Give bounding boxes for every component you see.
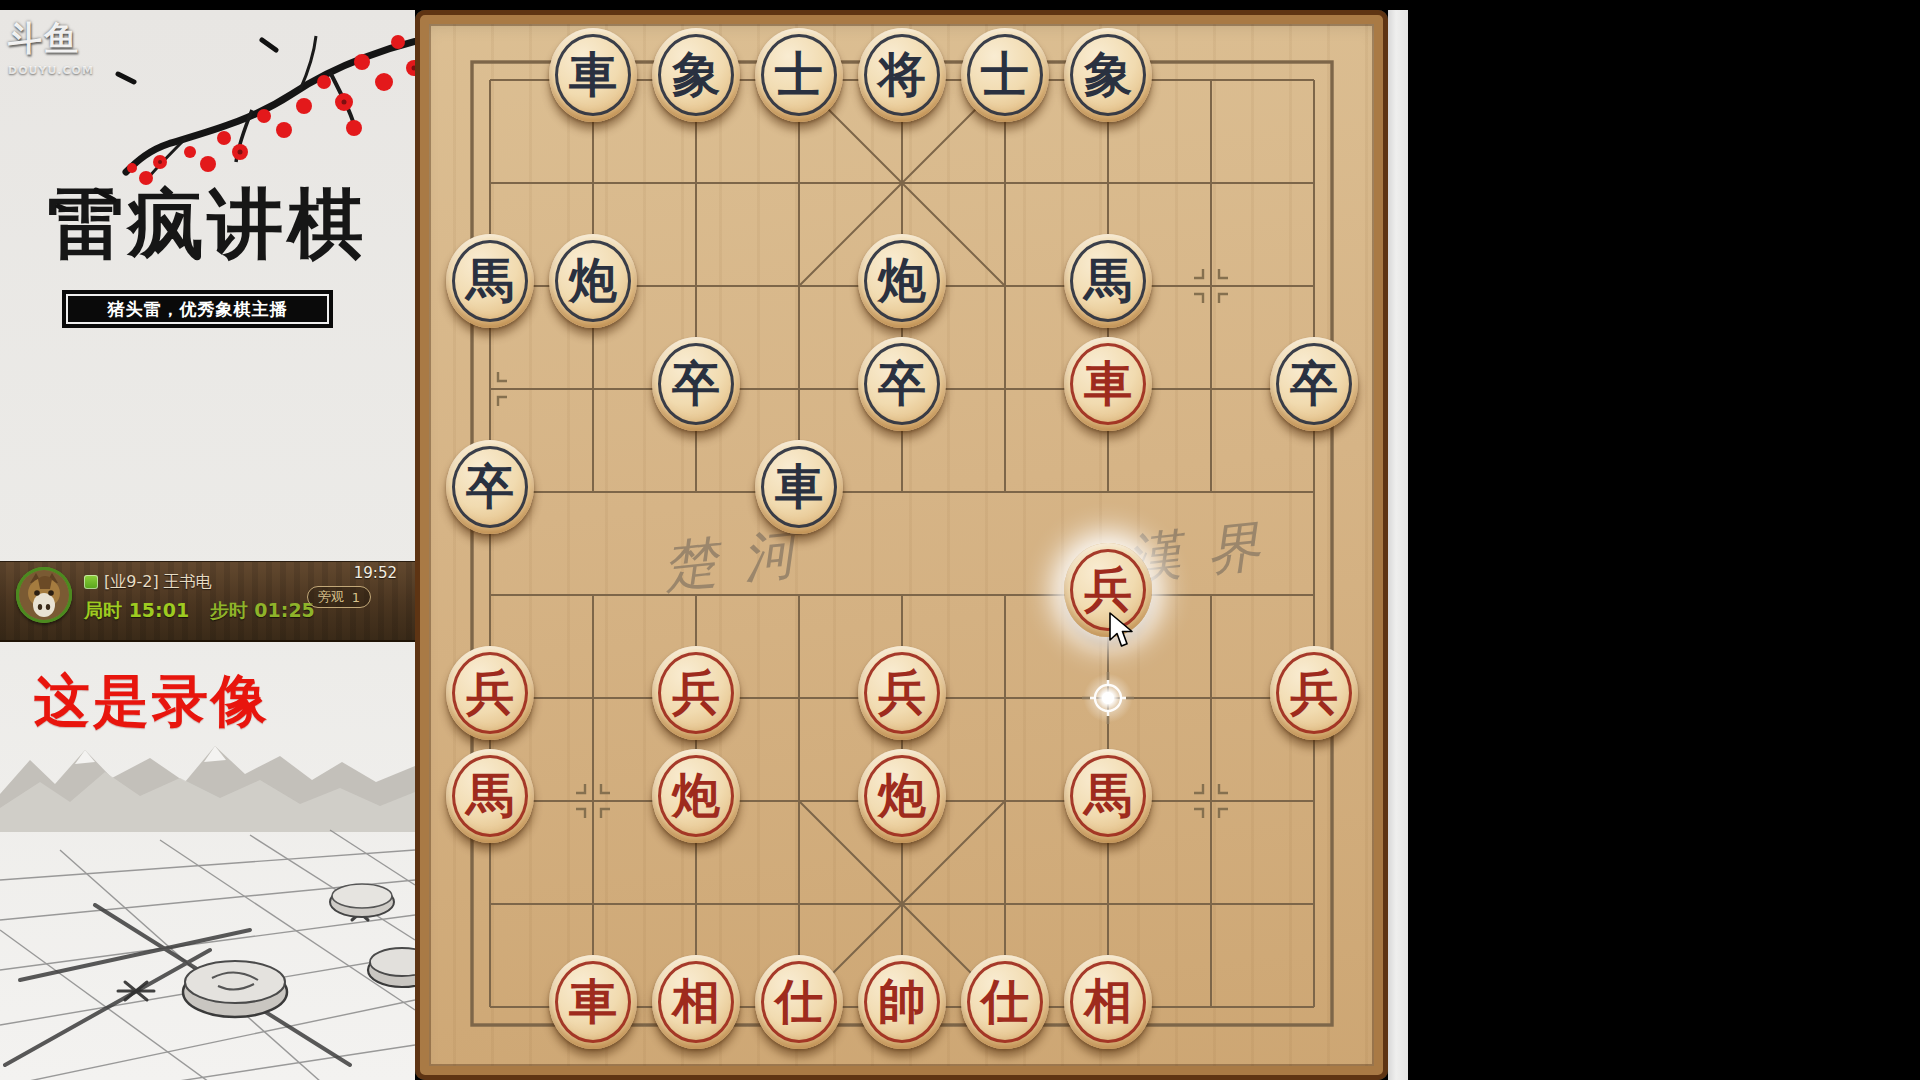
piece-character: 車 <box>1084 359 1132 407</box>
player-info-bar: [业9-2] 王书电 局时 15:01 步时 01:25 19:52 旁观 1 <box>0 561 415 642</box>
red-pawn[interactable]: 兵 <box>1270 646 1358 740</box>
red-horse[interactable]: 馬 <box>446 749 534 843</box>
red-pawn[interactable]: 兵 <box>446 646 534 740</box>
piece-character: 馬 <box>1084 256 1132 304</box>
black-elephant[interactable]: 象 <box>652 28 740 122</box>
piece-character: 兵 <box>1290 668 1338 716</box>
xiangqi-board[interactable]: 楚河 漢界 車象士将士象馬炮炮馬卒卒車卒卒車兵兵兵兵兵馬炮炮馬車相仕帥仕相 <box>415 10 1388 1080</box>
piece-character: 相 <box>1084 977 1132 1025</box>
piece-character: 将 <box>878 50 926 98</box>
piece-character: 炮 <box>878 256 926 304</box>
black-advisor[interactable]: 士 <box>961 28 1049 122</box>
piece-character: 士 <box>775 50 823 98</box>
red-pawn[interactable]: 兵 <box>1064 543 1152 637</box>
piece-character: 兵 <box>1084 565 1132 613</box>
piece-character: 兵 <box>672 668 720 716</box>
stream-screen: 斗鱼 DOUYU.COM 雷疯讲棋 <box>0 0 1920 1080</box>
player-name-text: 王书电 <box>164 572 212 591</box>
black-horse[interactable]: 馬 <box>446 234 534 328</box>
piece-character: 帥 <box>878 977 926 1025</box>
piece-character: 馬 <box>1084 771 1132 819</box>
red-advisor[interactable]: 仕 <box>961 955 1049 1049</box>
red-cannon[interactable]: 炮 <box>652 749 740 843</box>
piece-character: 炮 <box>672 771 720 819</box>
piece-character: 馬 <box>466 256 514 304</box>
piece-character: 炮 <box>878 771 926 819</box>
black-horse[interactable]: 馬 <box>1064 234 1152 328</box>
piece-character: 兵 <box>878 668 926 716</box>
piece-character: 卒 <box>878 359 926 407</box>
red-elephant[interactable]: 相 <box>1064 955 1152 1049</box>
red-rook[interactable]: 車 <box>1064 337 1152 431</box>
douyu-logo-text: 斗鱼 <box>8 16 94 62</box>
piece-character: 相 <box>672 977 720 1025</box>
black-rook[interactable]: 車 <box>755 440 843 534</box>
red-rook[interactable]: 車 <box>549 955 637 1049</box>
piece-character: 馬 <box>466 771 514 819</box>
piece-character: 卒 <box>466 462 514 510</box>
piece-character: 仕 <box>981 977 1029 1025</box>
player-name: [业9-2] 王书电 <box>104 572 212 593</box>
black-pawn[interactable]: 卒 <box>1270 337 1358 431</box>
clock-line: 局时 15:01 步时 01:25 <box>84 598 315 624</box>
avatar-horse-icon <box>16 567 72 623</box>
douyu-logo: 斗鱼 DOUYU.COM <box>8 16 94 77</box>
red-king[interactable]: 帥 <box>858 955 946 1049</box>
piece-character: 卒 <box>672 359 720 407</box>
stream-sidebar: 斗鱼 DOUYU.COM 雷疯讲棋 <box>0 10 415 1080</box>
spectators-label: 旁观 <box>318 588 344 606</box>
game-clock-move: 步时 01:25 <box>210 599 315 621</box>
piece-character: 兵 <box>466 668 514 716</box>
black-cannon[interactable]: 炮 <box>858 234 946 328</box>
black-king[interactable]: 将 <box>858 28 946 122</box>
piece-character: 炮 <box>569 256 617 304</box>
piece-character: 象 <box>1084 50 1132 98</box>
piece-character: 卒 <box>1290 359 1338 407</box>
piece-character: 車 <box>775 462 823 510</box>
capture-gap-strip <box>1388 10 1408 1080</box>
sketch-board-art <box>0 810 415 1080</box>
player-avatar[interactable] <box>16 567 72 623</box>
black-elephant[interactable]: 象 <box>1064 28 1152 122</box>
douyu-domain-text: DOUYU.COM <box>8 64 94 77</box>
red-horse[interactable]: 馬 <box>1064 749 1152 843</box>
black-pawn[interactable]: 卒 <box>446 440 534 534</box>
level-badge-icon <box>84 575 98 589</box>
red-advisor[interactable]: 仕 <box>755 955 843 1049</box>
piece-character: 車 <box>569 977 617 1025</box>
piece-character: 象 <box>672 50 720 98</box>
channel-title: 雷疯讲棋 <box>0 182 415 266</box>
recording-notice: 这是录像 <box>34 664 270 740</box>
game-clock-total: 局时 15:01 <box>84 599 189 621</box>
red-pawn[interactable]: 兵 <box>652 646 740 740</box>
black-rook[interactable]: 車 <box>549 28 637 122</box>
red-elephant[interactable]: 相 <box>652 955 740 1049</box>
player-level-tag: [业9-2] <box>104 572 159 591</box>
black-pawn[interactable]: 卒 <box>652 337 740 431</box>
piece-character: 士 <box>981 50 1029 98</box>
channel-subtitle-banner: 猪头雷，优秀象棋主播 <box>62 290 333 328</box>
spectators-count: 1 <box>352 590 360 605</box>
stream-clock: 19:52 <box>354 564 397 582</box>
black-advisor[interactable]: 士 <box>755 28 843 122</box>
piece-character: 仕 <box>775 977 823 1025</box>
channel-subtitle-frame: 猪头雷，优秀象棋主播 <box>66 294 329 324</box>
piece-layer: 車象士将士象馬炮炮馬卒卒車卒卒車兵兵兵兵兵馬炮炮馬車相仕帥仕相 <box>415 10 1388 1080</box>
black-cannon[interactable]: 炮 <box>549 234 637 328</box>
piece-character: 車 <box>569 50 617 98</box>
channel-subtitle-text: 猪头雷，优秀象棋主播 <box>108 298 288 321</box>
black-pawn[interactable]: 卒 <box>858 337 946 431</box>
red-pawn[interactable]: 兵 <box>858 646 946 740</box>
red-cannon[interactable]: 炮 <box>858 749 946 843</box>
spectators-pill[interactable]: 旁观 1 <box>307 586 371 608</box>
